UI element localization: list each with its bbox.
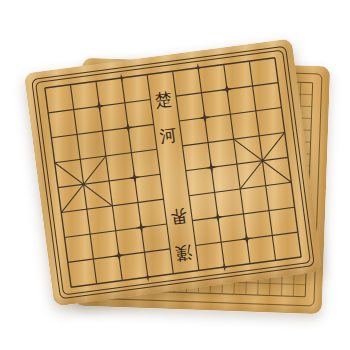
xq-palace-diagonal	[234, 132, 292, 189]
xq-file-line	[45, 58, 275, 88]
xq-inner-frame	[36, 50, 311, 295]
xq-river-label: 界	[169, 206, 188, 228]
xq-file-line	[65, 224, 167, 237]
xq-file-line	[179, 108, 281, 121]
xq-file-line	[55, 149, 157, 162]
xq-star-marker	[198, 111, 211, 124]
xq-file-line	[182, 132, 284, 145]
xq-star-marker	[121, 121, 134, 134]
xq-river-label: 漢	[174, 242, 193, 264]
xq-star-marker	[240, 232, 253, 245]
xq-star-marker	[134, 221, 147, 234]
xq-file-line	[192, 207, 294, 220]
xq-star-marker	[112, 249, 125, 262]
xq-palace-diagonal	[55, 156, 113, 213]
xq-star-marker	[205, 161, 218, 174]
xq-star-marker	[211, 211, 224, 224]
xq-river-label: 楚	[154, 89, 173, 111]
xq-file-line	[51, 124, 153, 137]
xiangqi-board: 楚河界漢	[24, 38, 322, 306]
xq-star-marker	[220, 83, 233, 96]
xq-star-marker	[93, 99, 106, 112]
product-photo-scene: 楚河界漢	[0, 0, 350, 350]
xq-rank-line	[45, 88, 71, 287]
xiangqi-board-grid: 楚河界漢	[24, 38, 322, 306]
xq-star-marker	[128, 171, 141, 184]
xq-river-label: 河	[158, 124, 177, 146]
